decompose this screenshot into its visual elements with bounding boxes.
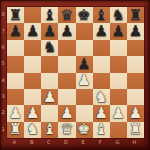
piece-black-knight[interactable]: ♞ xyxy=(112,7,125,22)
square-a6[interactable] xyxy=(7,40,24,56)
square-f7[interactable]: ♟ xyxy=(93,23,110,39)
file-label-d: D xyxy=(57,137,74,146)
square-e6[interactable] xyxy=(76,40,93,56)
square-d8[interactable]: ♛ xyxy=(58,7,75,23)
file-label-c: C xyxy=(40,137,57,146)
square-c6[interactable]: ♞ xyxy=(41,40,58,56)
piece-black-bishop[interactable]: ♝ xyxy=(94,7,107,22)
square-g2[interactable]: ♟ xyxy=(110,105,127,121)
piece-white-knight[interactable]: ♞ xyxy=(26,122,39,137)
piece-white-pawn[interactable]: ♟ xyxy=(60,105,73,120)
square-c7[interactable]: ♟ xyxy=(41,23,58,39)
piece-black-pawn[interactable]: ♟ xyxy=(26,24,39,39)
piece-black-knight[interactable]: ♞ xyxy=(43,40,56,55)
piece-white-pawn[interactable]: ♟ xyxy=(43,89,56,104)
square-b5[interactable] xyxy=(24,56,41,72)
piece-white-pawn[interactable]: ♟ xyxy=(77,73,90,88)
square-h2[interactable]: ♟ xyxy=(127,105,144,121)
square-a1[interactable]: ♜ xyxy=(7,122,24,138)
file-coordinates: ABCDEFGH xyxy=(6,137,143,146)
square-b6[interactable] xyxy=(24,40,41,56)
file-label-f: F xyxy=(92,137,109,146)
piece-white-knight[interactable]: ♞ xyxy=(94,89,107,104)
square-b2[interactable]: ♟ xyxy=(24,105,41,121)
piece-white-queen[interactable]: ♛ xyxy=(60,122,73,137)
square-g8[interactable]: ♞ xyxy=(110,7,127,23)
square-d1[interactable]: ♛ xyxy=(58,122,75,138)
square-f2[interactable]: ♟ xyxy=(93,105,110,121)
square-h3[interactable] xyxy=(127,89,144,105)
square-a5[interactable] xyxy=(7,56,24,72)
piece-black-pawn[interactable]: ♟ xyxy=(9,24,22,39)
piece-white-bishop[interactable]: ♝ xyxy=(94,122,107,137)
square-e3[interactable] xyxy=(76,89,93,105)
piece-black-pawn[interactable]: ♟ xyxy=(112,24,125,39)
square-a2[interactable]: ♟ xyxy=(7,105,24,121)
square-f1[interactable]: ♝ xyxy=(93,122,110,138)
square-g7[interactable]: ♟ xyxy=(110,23,127,39)
square-g4[interactable] xyxy=(110,73,127,89)
board-grid: ♜♝♛♚♝♞♜♟♟♟♟♟♟♟♞♟♟♟♞♟♟♟♟♟♟♜♞♝♛♚♝♜ xyxy=(6,6,145,139)
piece-white-bishop[interactable]: ♝ xyxy=(43,122,56,137)
file-label-g: G xyxy=(109,137,126,146)
piece-black-pawn[interactable]: ♟ xyxy=(129,24,142,39)
square-f4[interactable] xyxy=(93,73,110,89)
square-b8[interactable] xyxy=(24,7,41,23)
square-f3[interactable]: ♞ xyxy=(93,89,110,105)
square-d4[interactable] xyxy=(58,73,75,89)
square-e4[interactable]: ♟ xyxy=(76,73,93,89)
square-a8[interactable]: ♜ xyxy=(7,7,24,23)
square-g3[interactable] xyxy=(110,89,127,105)
square-f8[interactable]: ♝ xyxy=(93,7,110,23)
piece-white-pawn[interactable]: ♟ xyxy=(129,105,142,120)
piece-black-pawn[interactable]: ♟ xyxy=(77,56,90,71)
square-h7[interactable]: ♟ xyxy=(127,23,144,39)
square-f6[interactable] xyxy=(93,40,110,56)
square-e5[interactable]: ♟ xyxy=(76,56,93,72)
square-c1[interactable]: ♝ xyxy=(41,122,58,138)
square-a3[interactable] xyxy=(7,89,24,105)
square-g6[interactable] xyxy=(110,40,127,56)
piece-white-rook[interactable]: ♜ xyxy=(129,122,142,137)
square-e2[interactable] xyxy=(76,105,93,121)
square-b4[interactable] xyxy=(24,73,41,89)
file-label-e: E xyxy=(75,137,92,146)
square-e1[interactable]: ♚ xyxy=(76,122,93,138)
square-e8[interactable]: ♚ xyxy=(76,7,93,23)
file-label-a: A xyxy=(6,137,23,146)
square-g5[interactable] xyxy=(110,56,127,72)
square-b3[interactable] xyxy=(24,89,41,105)
square-h8[interactable]: ♜ xyxy=(127,7,144,23)
square-h6[interactable] xyxy=(127,40,144,56)
square-h4[interactable] xyxy=(127,73,144,89)
square-c3[interactable]: ♟ xyxy=(41,89,58,105)
square-c5[interactable] xyxy=(41,56,58,72)
square-c4[interactable] xyxy=(41,73,58,89)
piece-black-pawn[interactable]: ♟ xyxy=(60,24,73,39)
piece-black-rook[interactable]: ♜ xyxy=(129,7,142,22)
square-c2[interactable] xyxy=(41,105,58,121)
square-h1[interactable]: ♜ xyxy=(127,122,144,138)
square-a4[interactable] xyxy=(7,73,24,89)
square-g1[interactable] xyxy=(110,122,127,138)
chessboard: 87654321 ♜♝♛♚♝♞♜♟♟♟♟♟♟♟♞♟♟♟♞♟♟♟♟♟♟♜♞♝♛♚♝… xyxy=(0,0,150,150)
square-d5[interactable] xyxy=(58,56,75,72)
square-d2[interactable]: ♟ xyxy=(58,105,75,121)
piece-white-pawn[interactable]: ♟ xyxy=(94,105,107,120)
piece-black-pawn[interactable]: ♟ xyxy=(94,24,107,39)
piece-black-pawn[interactable]: ♟ xyxy=(43,24,56,39)
square-e7[interactable] xyxy=(76,23,93,39)
square-d3[interactable] xyxy=(58,89,75,105)
piece-black-bishop[interactable]: ♝ xyxy=(43,7,56,22)
square-d7[interactable]: ♟ xyxy=(58,23,75,39)
square-a7[interactable]: ♟ xyxy=(7,23,24,39)
square-c8[interactable]: ♝ xyxy=(41,7,58,23)
square-d6[interactable] xyxy=(58,40,75,56)
piece-black-rook[interactable]: ♜ xyxy=(9,7,22,22)
square-f5[interactable] xyxy=(93,56,110,72)
piece-white-pawn[interactable]: ♟ xyxy=(26,105,39,120)
square-b7[interactable]: ♟ xyxy=(24,23,41,39)
square-h5[interactable] xyxy=(127,56,144,72)
piece-white-king[interactable]: ♚ xyxy=(77,122,90,137)
piece-black-queen[interactable]: ♛ xyxy=(60,7,73,22)
file-label-h: H xyxy=(126,137,143,146)
file-label-b: B xyxy=(23,137,40,146)
piece-white-pawn[interactable]: ♟ xyxy=(9,105,22,120)
square-b1[interactable]: ♞ xyxy=(24,122,41,138)
piece-black-king[interactable]: ♚ xyxy=(77,7,90,22)
piece-white-rook[interactable]: ♜ xyxy=(9,122,22,137)
piece-white-pawn[interactable]: ♟ xyxy=(112,105,125,120)
